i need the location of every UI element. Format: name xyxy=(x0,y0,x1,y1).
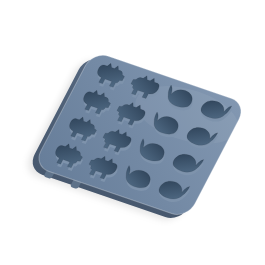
product-photo xyxy=(0,0,265,265)
ice-cube-tray-photo xyxy=(0,0,265,265)
tray xyxy=(22,49,251,228)
